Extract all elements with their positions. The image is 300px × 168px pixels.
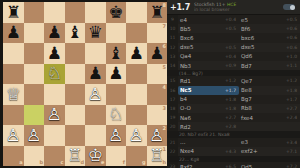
square-b6[interactable] xyxy=(24,43,45,64)
san-text: bxc6 xyxy=(241,35,254,41)
rank-coordinate: 3 xyxy=(163,106,166,111)
square-f8[interactable]: ♚ xyxy=(106,2,127,23)
engine-toggle[interactable] xyxy=(283,4,295,10)
white-knight[interactable]: ♘ xyxy=(47,65,62,82)
move-eval: +1.2 xyxy=(286,78,298,83)
white-pawn[interactable]: ♙ xyxy=(108,127,123,144)
move-black[interactable]: Bf6+0.6 xyxy=(239,24,300,33)
san-text: Rxf2 xyxy=(180,164,193,168)
move-eval: +6.5 xyxy=(225,164,237,168)
square-f2[interactable]: ♙ xyxy=(106,125,127,146)
move-black[interactable]: Rb8+2.7 xyxy=(239,104,300,113)
move-white[interactable]: Nxe4+4.3 xyxy=(178,147,239,156)
square-c8[interactable] xyxy=(44,2,65,23)
file-coordinate: b xyxy=(39,160,43,165)
engine-header: +1.7 Stockfish 11+ HCE in local browser xyxy=(167,0,300,15)
move-row: 10Bb5+0.5Bf6+0.6 xyxy=(167,24,300,33)
san-text: Nxe4 xyxy=(180,148,194,154)
move-white[interactable]: b4+1.8 xyxy=(178,95,239,104)
move-black xyxy=(239,122,300,131)
square-c2[interactable] xyxy=(44,125,65,146)
square-b8[interactable] xyxy=(24,2,45,23)
rank-coordinate: 4 xyxy=(163,85,166,90)
move-white[interactable]: Bb5+0.5 xyxy=(178,24,239,33)
white-knight[interactable]: ♘ xyxy=(108,106,123,123)
san-text: Bg7 xyxy=(241,96,252,102)
move-eval: +2.7 xyxy=(286,106,298,111)
move-black[interactable]: Qe7+1.2 xyxy=(239,76,300,85)
move-eval: +1.0 xyxy=(286,54,298,59)
square-h8[interactable]: ♜8 xyxy=(147,2,168,23)
move-eval: +0.9 xyxy=(225,63,237,68)
file-coordinate: e xyxy=(101,160,104,165)
move-number: 15 xyxy=(167,76,178,85)
san-text: Be8 xyxy=(241,87,252,93)
square-c3[interactable]: ♙ xyxy=(44,105,65,126)
san-text: Nc5 xyxy=(180,87,192,93)
square-h6[interactable]: ♟6 xyxy=(147,43,168,64)
move-eval: +1.8 xyxy=(225,97,237,102)
square-e5[interactable]: ♟ xyxy=(85,64,106,85)
square-e1[interactable]: ♔e xyxy=(85,146,106,167)
move-eval: +1.1 xyxy=(286,63,298,68)
square-a2[interactable]: ♙ xyxy=(3,125,24,146)
move-eval: +3.4 xyxy=(286,140,298,145)
move-white[interactable]: Na6+2.7 xyxy=(178,113,239,122)
move-eval: +0.5 xyxy=(225,45,237,50)
black-rook[interactable]: ♜ xyxy=(6,4,21,21)
san-text: exf2+ xyxy=(241,148,258,154)
san-text: Na6 xyxy=(180,115,191,121)
square-d3[interactable] xyxy=(65,105,86,126)
move-eval: +1.8 xyxy=(286,88,298,93)
san-text: dxe5 xyxy=(180,44,193,50)
square-g6[interactable]: ♟ xyxy=(126,43,147,64)
san-text: Qd5 xyxy=(241,164,252,168)
rank-coordinate: 1 xyxy=(163,147,166,152)
white-pawn[interactable]: ♙ xyxy=(6,127,21,144)
move-black[interactable]: Bd7+1.1 xyxy=(239,61,300,70)
square-f6[interactable]: ♝ xyxy=(106,43,127,64)
white-pawn[interactable]: ♙ xyxy=(47,106,62,123)
move-black[interactable]: Be8+1.8 xyxy=(239,86,300,95)
san-text: Rd2 xyxy=(180,124,191,130)
move-number: 19 xyxy=(167,113,178,122)
file-coordinate: a xyxy=(19,160,22,165)
move-number: 12 xyxy=(167,43,178,52)
square-e3[interactable] xyxy=(85,105,106,126)
black-pawn[interactable]: ♟ xyxy=(108,65,123,82)
square-b7[interactable] xyxy=(24,23,45,44)
san-text: Nb3 xyxy=(180,63,191,69)
move-row: 23Rxf2+6.5Qd5+7.2 xyxy=(167,162,300,168)
analysis-panel: +1.7 Stockfish 11+ HCE in local browser … xyxy=(167,0,300,168)
square-d7[interactable]: ♝ xyxy=(65,23,86,44)
move-eval: +0.5 xyxy=(225,26,237,31)
black-pawn[interactable]: ♟ xyxy=(47,24,62,41)
file-coordinate: d xyxy=(80,160,84,165)
engine-info: Stockfish 11+ HCE in local browser xyxy=(194,2,283,12)
move-row: 18O-O+1.8Rb8+2.7 xyxy=(167,104,300,113)
move-white[interactable]: … xyxy=(178,138,239,147)
move-row: 20Rd2+2.8 xyxy=(167,122,300,131)
san-text: dxe5 xyxy=(241,44,254,50)
square-g1[interactable]: g xyxy=(126,146,147,167)
black-queen[interactable]: ♛ xyxy=(88,24,103,41)
san-text: Rd1 xyxy=(180,78,191,84)
square-e6[interactable] xyxy=(85,43,106,64)
move-white[interactable]: O-O+1.8 xyxy=(178,104,239,113)
square-b4[interactable] xyxy=(24,84,45,105)
move-eval: +2.7 xyxy=(225,115,237,120)
move-number: 22 xyxy=(167,147,178,156)
square-c1[interactable]: c xyxy=(44,146,65,167)
move-number: 18 xyxy=(167,104,178,113)
move-number: 14 xyxy=(167,61,178,70)
square-c6[interactable]: ♟ xyxy=(44,43,65,64)
move-number: 9 xyxy=(167,15,178,24)
san-text: Qe7 xyxy=(241,78,252,84)
black-bishop[interactable]: ♝ xyxy=(108,45,123,62)
san-text: e4 xyxy=(180,17,187,23)
square-e7[interactable]: ♛ xyxy=(85,23,106,44)
square-f5[interactable]: ♟ xyxy=(106,64,127,85)
square-c4[interactable] xyxy=(44,84,65,105)
black-pawn[interactable]: ♟ xyxy=(88,65,103,82)
toggle-knob xyxy=(290,5,295,10)
san-text: Qa4 xyxy=(180,53,191,59)
square-h7[interactable]: 7 xyxy=(147,23,168,44)
move-number: 20 xyxy=(167,122,178,131)
file-coordinate: h xyxy=(162,160,166,165)
black-king[interactable]: ♚ xyxy=(108,4,123,21)
move-eval: +7.2 xyxy=(286,164,298,168)
move-black[interactable]: fxe4+2.4 xyxy=(239,113,300,122)
square-a6[interactable] xyxy=(3,43,24,64)
move-number: 10 xyxy=(167,24,178,33)
chess-analysis-app: ♜♚♜8♟♟♝♛7♟♝♟♟6♘♟♟5♕♙4♙♘3♙♙♙♙♙2abc♖d♔efg♖… xyxy=(0,0,300,168)
move-black[interactable]: Qd5+7.2 xyxy=(239,162,300,168)
move-black[interactable]: bxc6+0.6 xyxy=(239,33,300,42)
move-white[interactable]: e4+0.4 xyxy=(178,15,239,24)
move-eval: +0.5 xyxy=(286,17,298,22)
square-d8[interactable] xyxy=(65,2,86,23)
move-eval: +0.6 xyxy=(286,26,298,31)
rank-coordinate: 7 xyxy=(163,24,166,29)
san-text: Qd6 xyxy=(241,53,252,59)
square-f3[interactable]: ♘ xyxy=(106,105,127,126)
chess-board: ♜♚♜8♟♟♝♛7♟♝♟♟6♘♟♟5♕♙4♙♘3♙♙♙♙♙2abc♖d♔efg♖… xyxy=(3,2,167,166)
square-h4[interactable]: 4 xyxy=(147,84,168,105)
square-d6[interactable] xyxy=(65,43,86,64)
move-number: 17 xyxy=(167,95,178,104)
file-coordinate: g xyxy=(142,160,146,165)
san-text: O-O xyxy=(180,105,191,111)
square-g3[interactable] xyxy=(126,105,147,126)
square-d2[interactable] xyxy=(65,125,86,146)
square-a8[interactable]: ♜ xyxy=(3,2,24,23)
move-eval: +1.8 xyxy=(225,106,237,111)
move-row: 11Bxc6bxc6+0.6 xyxy=(167,33,300,42)
square-c5[interactable]: ♘ xyxy=(44,64,65,85)
move-eval: +1.7 xyxy=(286,97,298,102)
move-row: 9e4+0.4e5+0.5 xyxy=(167,15,300,24)
square-d1[interactable]: ♖d xyxy=(65,146,86,167)
eval-score: +1.7 xyxy=(170,3,190,12)
black-bishop[interactable]: ♝ xyxy=(67,24,82,41)
move-eval: +0.6 xyxy=(286,35,298,40)
board-area: ♜♚♜8♟♟♝♛7♟♝♟♟6♘♟♟5♕♙4♙♘3♙♙♙♙♙2abc♖d♔efg♖… xyxy=(3,2,167,166)
move-row: 13Qa4+0.4Qd6+1.0 xyxy=(167,52,300,61)
san-text: … xyxy=(180,139,186,145)
move-eval: +2.4 xyxy=(286,115,298,120)
move-black[interactable]: exf2++7.1 xyxy=(239,147,300,156)
san-text: Bf6 xyxy=(241,26,250,32)
move-row: 15Rd1+1.2Qe7+1.2 xyxy=(167,76,300,85)
square-e4[interactable]: ♙ xyxy=(85,84,106,105)
white-queen[interactable]: ♕ xyxy=(6,86,21,103)
move-row: 17b4+1.8Bg7+1.7 xyxy=(167,95,300,104)
square-h3[interactable]: 3 xyxy=(147,105,168,126)
move-eval: +7.1 xyxy=(286,149,298,154)
move-eval: +4.3 xyxy=(225,149,237,154)
move-row: 12dxe5+0.5dxe5+0.6 xyxy=(167,43,300,52)
square-h1[interactable]: ♖1h xyxy=(147,146,168,167)
move-white[interactable]: dxe5+0.5 xyxy=(178,43,239,52)
square-g7[interactable] xyxy=(126,23,147,44)
move-number: 23 xyxy=(167,162,178,168)
square-a4[interactable]: ♕ xyxy=(3,84,24,105)
square-a1[interactable]: a xyxy=(3,146,24,167)
move-row: 16Nc5+1.7Be8+1.8 xyxy=(167,86,300,95)
square-d5[interactable] xyxy=(65,64,86,85)
move-white[interactable]: Rd2+2.8 xyxy=(178,122,239,131)
move-number: 16 xyxy=(167,86,178,95)
black-pawn[interactable]: ♟ xyxy=(47,45,62,62)
move-white[interactable]: Rxf2+6.5 xyxy=(178,162,239,168)
move-row: 14Nb3+0.9Bd7+1.1 xyxy=(167,61,300,70)
san-text: Rb8 xyxy=(241,105,252,111)
square-g2[interactable]: ♙ xyxy=(126,125,147,146)
square-b5[interactable] xyxy=(24,64,45,85)
file-coordinate: f xyxy=(123,160,125,165)
move-white[interactable]: Qa4+0.4 xyxy=(178,52,239,61)
rank-coordinate: 6 xyxy=(163,44,166,49)
move-white[interactable]: Bxc6 xyxy=(178,33,239,42)
move-black[interactable]: Qd6+1.0 xyxy=(239,52,300,61)
square-a7[interactable]: ♟ xyxy=(3,23,24,44)
move-row: 19Na6+2.7fxe4+2.4 xyxy=(167,113,300,122)
move-row: 22Nxe4+4.3exf2++7.1 xyxy=(167,147,300,156)
move-row: 21…e3+3.4 xyxy=(167,138,300,147)
square-e2[interactable] xyxy=(85,125,106,146)
square-a5[interactable] xyxy=(3,64,24,85)
move-white[interactable]: Nc5+1.7 xyxy=(178,86,239,95)
san-text: Bb5 xyxy=(180,26,191,32)
move-eval: +0.4 xyxy=(225,54,237,59)
white-pawn[interactable]: ♙ xyxy=(129,127,144,144)
move-eval: +0.4 xyxy=(225,17,237,22)
move-number: 21 xyxy=(167,138,178,147)
square-d4[interactable] xyxy=(65,84,86,105)
square-h5[interactable]: 5 xyxy=(147,64,168,85)
rank-coordinate: 2 xyxy=(163,126,166,131)
move-list: 9e4+0.4e5+0.510Bb5+0.5Bf6+0.611Bxc6bxc6+… xyxy=(167,15,300,168)
move-number: 13 xyxy=(167,52,178,61)
square-c7[interactable]: ♟ xyxy=(44,23,65,44)
move-black[interactable]: e5+0.5 xyxy=(239,15,300,24)
move-eval: +1.2 xyxy=(225,78,237,83)
square-b3[interactable] xyxy=(24,105,45,126)
rank-coordinate: 5 xyxy=(163,65,166,70)
san-text: Bxc6 xyxy=(180,35,193,41)
square-e8[interactable] xyxy=(85,2,106,23)
black-pawn[interactable]: ♟ xyxy=(129,45,144,62)
san-text: b4 xyxy=(180,96,187,102)
san-text: e5 xyxy=(241,17,248,23)
move-black[interactable]: e3+3.4 xyxy=(239,138,300,147)
square-g5[interactable] xyxy=(126,64,147,85)
square-f4[interactable] xyxy=(106,84,127,105)
black-pawn[interactable]: ♟ xyxy=(6,24,21,41)
engine-mode: in local browser xyxy=(194,7,283,12)
square-b2[interactable]: ♙ xyxy=(24,125,45,146)
san-text: Bd7 xyxy=(241,63,252,69)
file-coordinate: c xyxy=(61,160,64,165)
move-eval: +2.8 xyxy=(225,124,237,129)
move-black[interactable]: dxe5+0.6 xyxy=(239,43,300,52)
move-eval: +1.7 xyxy=(225,88,237,93)
san-text: fxe4 xyxy=(241,115,253,121)
square-h2[interactable]: ♙2 xyxy=(147,125,168,146)
move-black[interactable]: Bg7+1.7 xyxy=(239,95,300,104)
white-pawn[interactable]: ♙ xyxy=(26,127,41,144)
move-eval: +0.6 xyxy=(286,45,298,50)
white-pawn[interactable]: ♙ xyxy=(88,86,103,103)
square-g4[interactable] xyxy=(126,84,147,105)
move-white[interactable]: Nb3+0.9 xyxy=(178,61,239,70)
move-number: 11 xyxy=(167,33,178,42)
square-a3[interactable] xyxy=(3,105,24,126)
rank-coordinate: 8 xyxy=(163,3,166,8)
san-text: e3 xyxy=(241,139,248,145)
move-white[interactable]: Rd1+1.2 xyxy=(178,76,239,85)
square-b1[interactable]: b xyxy=(24,146,45,167)
square-f7[interactable] xyxy=(106,23,127,44)
square-g8[interactable] xyxy=(126,2,147,23)
square-f1[interactable]: f xyxy=(106,146,127,167)
